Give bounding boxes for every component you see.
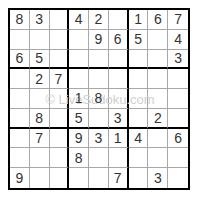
cell-r5c3[interactable] (50, 89, 70, 109)
cell-r1c7: 1 (129, 10, 149, 30)
given-digit: 8 (95, 91, 103, 105)
cell-r5c9[interactable] (168, 89, 188, 109)
cell-r7c1[interactable] (10, 129, 30, 149)
cell-r8c3[interactable] (50, 148, 70, 168)
cell-r2c7: 5 (129, 30, 149, 50)
cell-r9c8: 3 (148, 168, 168, 188)
cell-r6c8: 2 (148, 109, 168, 129)
given-digit: 1 (114, 131, 122, 145)
cell-r4c7[interactable] (129, 69, 149, 89)
given-digit: 7 (114, 171, 122, 185)
cell-r5c5: 8 (89, 89, 109, 109)
cell-r7c2: 7 (30, 129, 50, 149)
cell-r1c8: 6 (148, 10, 168, 30)
cell-r8c2[interactable] (30, 148, 50, 168)
cell-r8c1[interactable] (10, 148, 30, 168)
cell-r8c9[interactable] (168, 148, 188, 168)
cell-r4c6[interactable] (109, 69, 129, 89)
given-digit: 7 (55, 72, 63, 86)
cell-r3c1: 6 (10, 50, 30, 70)
cell-r6c5[interactable] (89, 109, 109, 129)
cell-r9c5[interactable] (89, 168, 109, 188)
cell-r9c1: 9 (10, 168, 30, 188)
given-digit: 8 (75, 151, 83, 165)
cell-r5c7[interactable] (129, 89, 149, 109)
given-digit: 2 (35, 72, 43, 86)
cell-r3c5[interactable] (89, 50, 109, 70)
given-digit: 4 (134, 131, 142, 145)
cell-r7c9: 6 (168, 129, 188, 149)
cell-r7c6: 1 (109, 129, 129, 149)
cell-r8c8[interactable] (148, 148, 168, 168)
cell-r4c5[interactable] (89, 69, 109, 89)
cell-r2c8[interactable] (148, 30, 168, 50)
sudoku-board: 83421679654653271885327931468973 (8, 8, 190, 190)
cell-r9c3[interactable] (50, 168, 70, 188)
cell-r2c5: 9 (89, 30, 109, 50)
cell-r3c7[interactable] (129, 50, 149, 70)
cell-r1c6[interactable] (109, 10, 129, 30)
given-digit: 9 (15, 171, 23, 185)
cell-r6c9[interactable] (168, 109, 188, 129)
cell-r5c4: 1 (69, 89, 89, 109)
given-digit: 7 (35, 131, 43, 145)
given-digit: 5 (134, 32, 142, 46)
cell-r5c6[interactable] (109, 89, 129, 109)
cell-r9c4[interactable] (69, 168, 89, 188)
cell-r1c9: 7 (168, 10, 188, 30)
given-digit: 5 (75, 111, 83, 125)
cell-r1c3[interactable] (50, 10, 70, 30)
given-digit: 6 (114, 32, 122, 46)
cell-r2c6: 6 (109, 30, 129, 50)
given-digit: 8 (35, 111, 43, 125)
cell-r6c3[interactable] (50, 109, 70, 129)
cell-r4c3: 7 (50, 69, 70, 89)
cell-r8c4: 8 (69, 148, 89, 168)
cell-r9c6: 7 (109, 168, 129, 188)
given-digit: 1 (75, 91, 83, 105)
given-digit: 1 (134, 12, 142, 26)
given-digit: 9 (95, 32, 103, 46)
cell-r4c9[interactable] (168, 69, 188, 89)
given-digit: 6 (154, 12, 162, 26)
given-digit: 4 (174, 32, 182, 46)
given-digit: 3 (95, 131, 103, 145)
cell-r3c8[interactable] (148, 50, 168, 70)
cell-r6c4: 5 (69, 109, 89, 129)
cell-r1c2: 3 (30, 10, 50, 30)
cell-r6c6: 3 (109, 109, 129, 129)
given-digit: 8 (15, 12, 23, 26)
cell-r4c2: 2 (30, 69, 50, 89)
cell-r2c1[interactable] (10, 30, 30, 50)
cell-r7c7: 4 (129, 129, 149, 149)
cell-r8c7[interactable] (129, 148, 149, 168)
cell-r3c9: 3 (168, 50, 188, 70)
given-digit: 3 (35, 12, 43, 26)
cell-r9c9[interactable] (168, 168, 188, 188)
cell-r4c8[interactable] (148, 69, 168, 89)
cell-r5c8[interactable] (148, 89, 168, 109)
cell-r4c1[interactable] (10, 69, 30, 89)
cell-r2c3[interactable] (50, 30, 70, 50)
cell-r3c4[interactable] (69, 50, 89, 70)
given-digit: 5 (35, 51, 43, 65)
given-digit: 6 (15, 51, 23, 65)
given-digit: 3 (174, 51, 182, 65)
cell-r7c3[interactable] (50, 129, 70, 149)
cell-r3c6[interactable] (109, 50, 129, 70)
cell-r3c3[interactable] (50, 50, 70, 70)
cell-r7c4: 9 (69, 129, 89, 149)
cell-r1c1: 8 (10, 10, 30, 30)
cell-r8c6[interactable] (109, 148, 129, 168)
cell-r2c4[interactable] (69, 30, 89, 50)
given-digit: 2 (154, 111, 162, 125)
cell-r1c4: 4 (69, 10, 89, 30)
cell-r2c9: 4 (168, 30, 188, 50)
cell-r7c8[interactable] (148, 129, 168, 149)
cell-r4c4[interactable] (69, 69, 89, 89)
given-digit: 3 (154, 171, 162, 185)
cell-r9c7[interactable] (129, 168, 149, 188)
cell-r3c2: 5 (30, 50, 50, 70)
given-digit: 2 (95, 12, 103, 26)
cell-r8c5[interactable] (89, 148, 109, 168)
given-digit: 7 (174, 12, 182, 26)
cell-r1c5: 2 (89, 10, 109, 30)
cell-r6c1[interactable] (10, 109, 30, 129)
given-digit: 3 (114, 111, 122, 125)
cell-r9c2[interactable] (30, 168, 50, 188)
cell-r6c2: 8 (30, 109, 50, 129)
cell-r6c7[interactable] (129, 109, 149, 129)
cell-r7c5: 3 (89, 129, 109, 149)
given-digit: 4 (75, 12, 83, 26)
given-digit: 9 (75, 131, 83, 145)
cell-r5c2[interactable] (30, 89, 50, 109)
cell-r2c2[interactable] (30, 30, 50, 50)
given-digit: 6 (174, 131, 182, 145)
cell-r5c1[interactable] (10, 89, 30, 109)
